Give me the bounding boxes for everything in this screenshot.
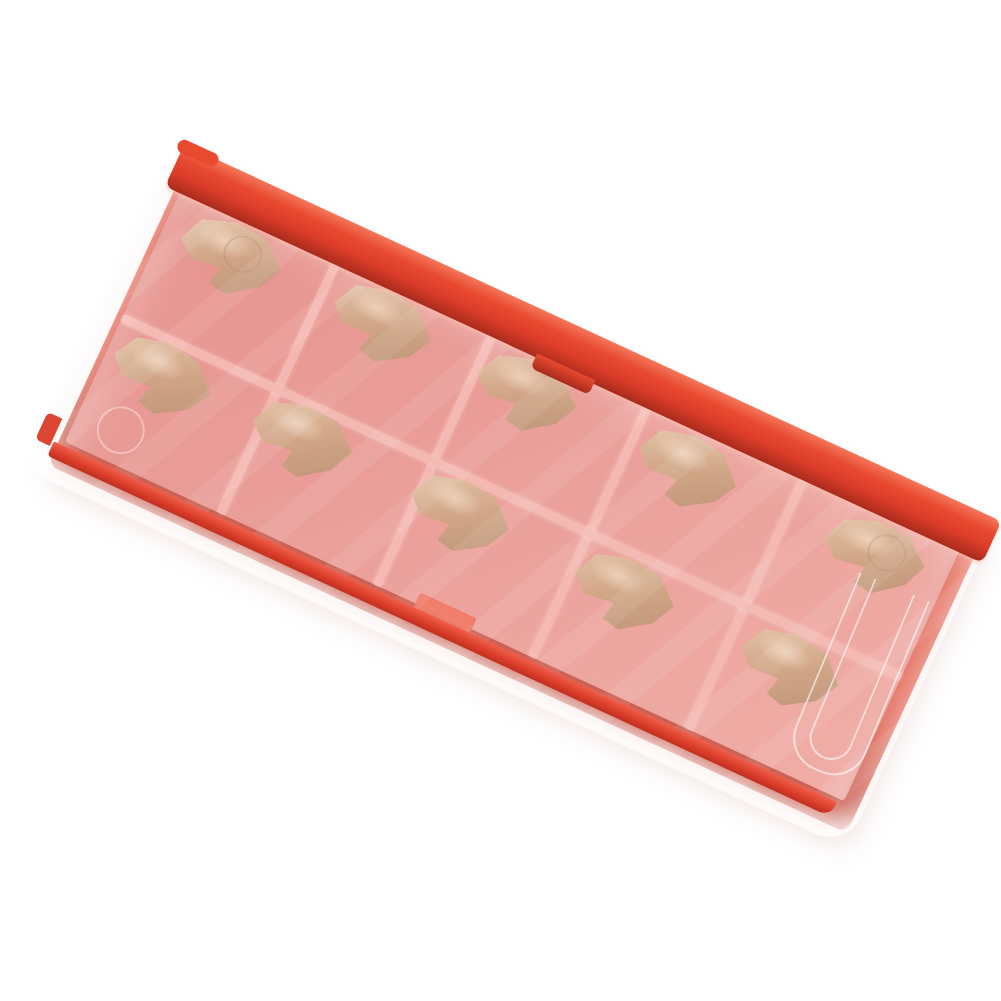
photo-background: [0, 0, 1001, 1001]
insert-box: [43, 156, 990, 844]
